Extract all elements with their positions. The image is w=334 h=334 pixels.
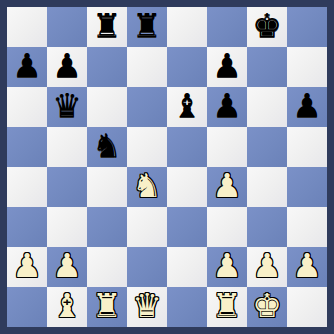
square-d1[interactable]: ♛ [127,287,167,327]
square-c7[interactable] [87,47,127,87]
piece-white-rook: ♜ [212,287,242,326]
square-e2[interactable] [167,247,207,287]
square-b7[interactable]: ♟ [47,47,87,87]
piece-white-pawn: ♟ [252,247,282,286]
square-g8[interactable]: ♚ [247,7,287,47]
piece-black-pawn: ♟ [292,87,322,126]
square-h5[interactable] [287,127,327,167]
square-e7[interactable] [167,47,207,87]
square-h7[interactable] [287,47,327,87]
piece-black-pawn: ♟ [212,87,242,126]
square-c6[interactable] [87,87,127,127]
square-f6[interactable]: ♟ [207,87,247,127]
square-b3[interactable] [47,207,87,247]
square-e1[interactable] [167,287,207,327]
piece-white-pawn: ♟ [212,247,242,286]
square-h8[interactable] [287,7,327,47]
square-g7[interactable] [247,47,287,87]
piece-white-knight: ♞ [132,167,162,206]
square-b6[interactable]: ♛ [47,87,87,127]
square-c8[interactable]: ♜ [87,7,127,47]
piece-white-pawn: ♟ [52,247,82,286]
piece-white-pawn: ♟ [212,167,242,206]
square-a3[interactable] [7,207,47,247]
square-g2[interactable]: ♟ [247,247,287,287]
square-c3[interactable] [87,207,127,247]
square-a1[interactable] [7,287,47,327]
piece-black-queen: ♛ [52,87,82,126]
square-b1[interactable]: ♝ [47,287,87,327]
piece-black-pawn: ♟ [212,47,242,86]
square-d5[interactable] [127,127,167,167]
square-f5[interactable] [207,127,247,167]
piece-white-pawn: ♟ [292,247,322,286]
square-d8[interactable]: ♜ [127,7,167,47]
square-b5[interactable] [47,127,87,167]
piece-white-queen: ♛ [132,287,162,326]
square-h1[interactable] [287,287,327,327]
square-e3[interactable] [167,207,207,247]
square-d4[interactable]: ♞ [127,167,167,207]
square-g5[interactable] [247,127,287,167]
piece-white-pawn: ♟ [12,247,42,286]
square-f3[interactable] [207,207,247,247]
square-f2[interactable]: ♟ [207,247,247,287]
square-a4[interactable] [7,167,47,207]
square-f4[interactable]: ♟ [207,167,247,207]
square-c1[interactable]: ♜ [87,287,127,327]
piece-white-bishop: ♝ [52,287,82,326]
piece-black-pawn: ♟ [12,47,42,86]
square-g4[interactable] [247,167,287,207]
square-d3[interactable] [127,207,167,247]
chess-board: ♜♜♚♟♟♟♛♝♟♟♞♞♟♟♟♟♟♟♝♜♛♜♚ [7,7,327,327]
square-e8[interactable] [167,7,207,47]
square-f1[interactable]: ♜ [207,287,247,327]
square-g3[interactable] [247,207,287,247]
square-a7[interactable]: ♟ [7,47,47,87]
square-a2[interactable]: ♟ [7,247,47,287]
square-b4[interactable] [47,167,87,207]
square-c5[interactable]: ♞ [87,127,127,167]
square-h6[interactable]: ♟ [287,87,327,127]
piece-white-rook: ♜ [92,287,122,326]
square-d6[interactable] [127,87,167,127]
square-h4[interactable] [287,167,327,207]
piece-black-knight: ♞ [92,127,122,166]
square-d7[interactable] [127,47,167,87]
square-b2[interactable]: ♟ [47,247,87,287]
square-e4[interactable] [167,167,207,207]
square-c2[interactable] [87,247,127,287]
square-e5[interactable] [167,127,207,167]
square-d2[interactable] [127,247,167,287]
square-a8[interactable] [7,7,47,47]
square-f8[interactable] [207,7,247,47]
square-b8[interactable] [47,7,87,47]
square-g6[interactable] [247,87,287,127]
piece-black-pawn: ♟ [52,47,82,86]
square-e6[interactable]: ♝ [167,87,207,127]
piece-white-king: ♚ [252,287,282,326]
square-f7[interactable]: ♟ [207,47,247,87]
piece-black-king: ♚ [252,7,282,46]
square-h3[interactable] [287,207,327,247]
square-h2[interactable]: ♟ [287,247,327,287]
square-c4[interactable] [87,167,127,207]
square-g1[interactable]: ♚ [247,287,287,327]
square-a6[interactable] [7,87,47,127]
piece-black-rook: ♜ [92,7,122,46]
piece-black-rook: ♜ [132,7,162,46]
piece-black-bishop: ♝ [172,87,202,126]
chess-board-frame: ♜♜♚♟♟♟♛♝♟♟♞♞♟♟♟♟♟♟♝♜♛♜♚ [0,0,334,334]
square-a5[interactable] [7,127,47,167]
